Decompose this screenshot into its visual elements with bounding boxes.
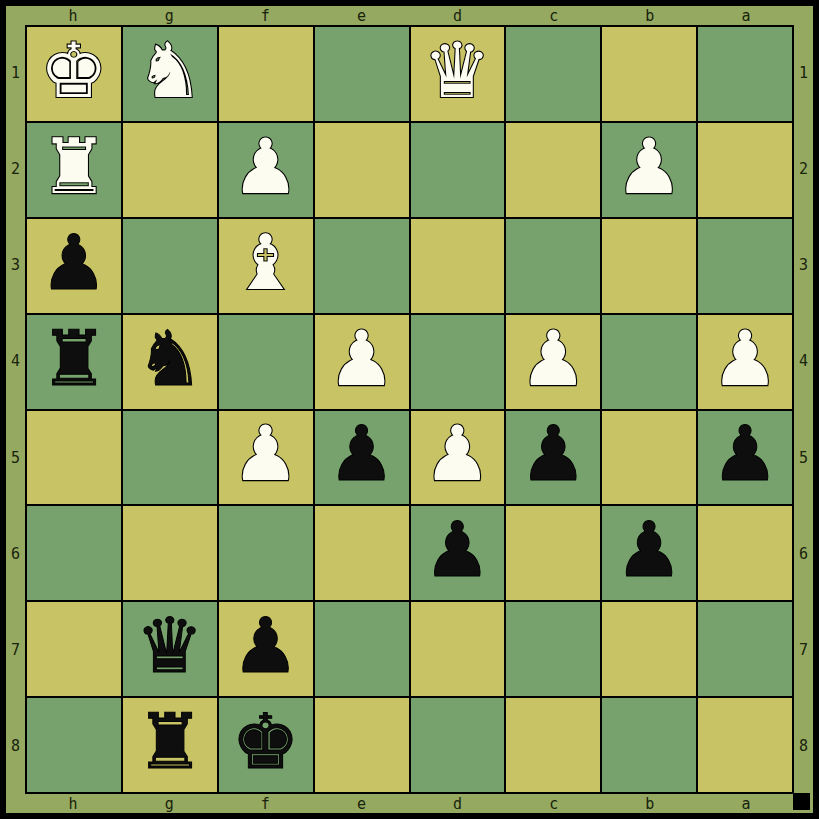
square-a5[interactable]: ♟ — [698, 411, 792, 505]
square-c5[interactable]: ♟ — [506, 411, 600, 505]
file-label: h — [25, 795, 121, 813]
square-b3[interactable] — [602, 219, 696, 313]
square-c4[interactable]: ♟ — [506, 315, 600, 409]
square-d5[interactable]: ♟ — [411, 411, 505, 505]
rank-label: 4 — [11, 313, 20, 409]
white-pawn: ♟ — [327, 321, 395, 397]
square-d8[interactable] — [411, 698, 505, 792]
rank-label: 4 — [799, 313, 808, 409]
black-to-move-indicator — [793, 793, 810, 810]
square-b5[interactable] — [602, 411, 696, 505]
rank-label: 2 — [799, 121, 808, 217]
square-b2[interactable]: ♟ — [602, 123, 696, 217]
file-label: h — [25, 7, 121, 25]
square-e6[interactable] — [315, 506, 409, 600]
square-h7[interactable] — [27, 602, 121, 696]
white-pawn: ♟ — [711, 321, 779, 397]
square-h6[interactable] — [27, 506, 121, 600]
black-pawn: ♟ — [711, 416, 779, 492]
square-h8[interactable] — [27, 698, 121, 792]
square-f3[interactable]: ♝ — [219, 219, 313, 313]
square-a3[interactable] — [698, 219, 792, 313]
file-label: c — [506, 7, 602, 25]
square-c8[interactable] — [506, 698, 600, 792]
square-h4[interactable]: ♜ — [27, 315, 121, 409]
rank-label: 7 — [799, 602, 808, 698]
square-f2[interactable]: ♟ — [219, 123, 313, 217]
white-pawn: ♟ — [232, 416, 300, 492]
square-d6[interactable]: ♟ — [411, 506, 505, 600]
square-a6[interactable] — [698, 506, 792, 600]
rank-label: 8 — [799, 698, 808, 794]
rank-label: 6 — [799, 506, 808, 602]
white-king: ♚ — [40, 33, 108, 109]
rank-label: 5 — [11, 410, 20, 506]
rank-label: 8 — [11, 698, 20, 794]
black-pawn: ♟ — [232, 608, 300, 684]
black-rook: ♜ — [136, 704, 204, 780]
square-g7[interactable]: ♛ — [123, 602, 217, 696]
square-b4[interactable] — [602, 315, 696, 409]
square-f7[interactable]: ♟ — [219, 602, 313, 696]
file-label: b — [602, 7, 698, 25]
file-label: e — [313, 7, 409, 25]
rank-label: 3 — [799, 217, 808, 313]
black-queen: ♛ — [136, 608, 204, 684]
square-c2[interactable] — [506, 123, 600, 217]
square-e2[interactable] — [315, 123, 409, 217]
square-h5[interactable] — [27, 411, 121, 505]
square-g3[interactable] — [123, 219, 217, 313]
square-d2[interactable] — [411, 123, 505, 217]
square-c6[interactable] — [506, 506, 600, 600]
file-labels-bottom: hgfedcba — [25, 794, 794, 813]
square-e5[interactable]: ♟ — [315, 411, 409, 505]
white-knight: ♞ — [136, 33, 204, 109]
black-pawn: ♟ — [615, 512, 683, 588]
square-e1[interactable] — [315, 27, 409, 121]
rank-label: 5 — [799, 410, 808, 506]
square-h2[interactable]: ♜ — [27, 123, 121, 217]
square-a4[interactable]: ♟ — [698, 315, 792, 409]
square-b1[interactable] — [602, 27, 696, 121]
white-queen: ♛ — [423, 33, 491, 109]
square-g8[interactable]: ♜ — [123, 698, 217, 792]
square-g4[interactable]: ♞ — [123, 315, 217, 409]
rank-label: 1 — [11, 25, 20, 121]
square-f5[interactable]: ♟ — [219, 411, 313, 505]
file-label: g — [121, 7, 217, 25]
rank-labels-right: 12345678 — [794, 25, 813, 794]
square-d1[interactable]: ♛ — [411, 27, 505, 121]
white-pawn: ♟ — [615, 129, 683, 205]
file-labels-top: hgfedcba — [25, 6, 794, 25]
square-b8[interactable] — [602, 698, 696, 792]
square-c1[interactable] — [506, 27, 600, 121]
file-label: g — [121, 795, 217, 813]
file-label: f — [217, 7, 313, 25]
rank-label: 3 — [11, 217, 20, 313]
square-g6[interactable] — [123, 506, 217, 600]
rank-labels-left: 12345678 — [6, 25, 25, 794]
black-pawn: ♟ — [519, 416, 587, 492]
file-label: d — [410, 795, 506, 813]
square-c7[interactable] — [506, 602, 600, 696]
square-c3[interactable] — [506, 219, 600, 313]
square-e3[interactable] — [315, 219, 409, 313]
rank-label: 6 — [11, 506, 20, 602]
white-bishop: ♝ — [232, 225, 300, 301]
white-pawn: ♟ — [232, 129, 300, 205]
board-frame: hgfedcba 12345678 12345678 ♚♞♛♜♟♟♟♝♜♞♟♟♟… — [0, 0, 819, 819]
square-f1[interactable] — [219, 27, 313, 121]
square-a8[interactable] — [698, 698, 792, 792]
square-e7[interactable] — [315, 602, 409, 696]
square-d4[interactable] — [411, 315, 505, 409]
file-label: b — [602, 795, 698, 813]
square-f6[interactable] — [219, 506, 313, 600]
square-b6[interactable]: ♟ — [602, 506, 696, 600]
square-f8[interactable]: ♚ — [219, 698, 313, 792]
square-a2[interactable] — [698, 123, 792, 217]
square-e8[interactable] — [315, 698, 409, 792]
file-label: a — [698, 7, 794, 25]
square-b7[interactable] — [602, 602, 696, 696]
square-a7[interactable] — [698, 602, 792, 696]
rank-label: 2 — [11, 121, 20, 217]
file-label: a — [698, 795, 794, 813]
file-label: d — [410, 7, 506, 25]
black-knight: ♞ — [136, 321, 204, 397]
square-d7[interactable] — [411, 602, 505, 696]
file-label: c — [506, 795, 602, 813]
black-rook: ♜ — [40, 321, 108, 397]
square-d3[interactable] — [411, 219, 505, 313]
black-pawn: ♟ — [40, 225, 108, 301]
black-pawn: ♟ — [327, 416, 395, 492]
rank-label: 7 — [11, 602, 20, 698]
square-g1[interactable]: ♞ — [123, 27, 217, 121]
white-pawn: ♟ — [519, 321, 587, 397]
square-e4[interactable]: ♟ — [315, 315, 409, 409]
chess-board: ♚♞♛♜♟♟♟♝♜♞♟♟♟♟♟♟♟♟♟♟♛♟♜♚ — [25, 25, 794, 794]
black-pawn: ♟ — [423, 512, 491, 588]
white-pawn: ♟ — [423, 416, 491, 492]
square-h3[interactable]: ♟ — [27, 219, 121, 313]
rank-label: 1 — [799, 25, 808, 121]
black-king: ♚ — [232, 704, 300, 780]
white-rook: ♜ — [40, 129, 108, 205]
file-label: f — [217, 795, 313, 813]
file-label: e — [313, 795, 409, 813]
square-h1[interactable]: ♚ — [27, 27, 121, 121]
square-g5[interactable] — [123, 411, 217, 505]
square-a1[interactable] — [698, 27, 792, 121]
square-f4[interactable] — [219, 315, 313, 409]
square-g2[interactable] — [123, 123, 217, 217]
